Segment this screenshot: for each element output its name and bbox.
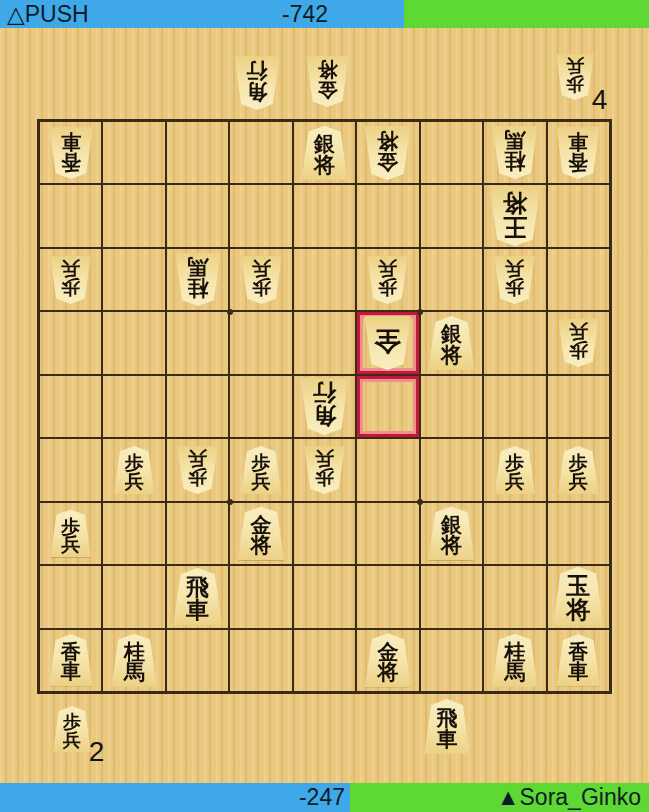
gote-piece-桂馬[interactable]: 桂馬 (491, 126, 539, 179)
gote-piece-歩兵[interactable]: 歩兵 (366, 256, 409, 304)
piece-kanji: 銀将 (441, 511, 462, 556)
square-4g[interactable] (356, 502, 419, 565)
sente-piece-歩兵[interactable]: 歩兵 (113, 446, 156, 494)
square-8d[interactable] (102, 311, 165, 374)
square-4h[interactable] (356, 565, 419, 628)
square-6h[interactable] (229, 565, 292, 628)
sente-score-bar-blue: -247 (0, 783, 350, 812)
square-4c[interactable]: 歩兵 (356, 248, 419, 311)
gote-piece-桂馬[interactable]: 桂馬 (174, 253, 222, 306)
square-6b[interactable] (229, 184, 292, 247)
square-3f[interactable] (420, 438, 483, 501)
square-8i[interactable]: 桂馬 (102, 629, 165, 692)
gote-piece-角行[interactable]: 角行 (299, 378, 350, 435)
piece-kanji: 歩兵 (505, 449, 524, 490)
gote-piece-全[interactable]: 全 (363, 316, 412, 370)
square-1b[interactable] (547, 184, 610, 247)
square-1d[interactable]: 歩兵 (547, 311, 610, 374)
square-8e[interactable] (102, 375, 165, 438)
square-3b[interactable] (420, 184, 483, 247)
hand-piece-count: 2 (89, 736, 105, 768)
piece-kanji: 桂馬 (124, 638, 145, 683)
square-4d[interactable]: 全 (356, 311, 419, 374)
square-7d[interactable] (166, 311, 229, 374)
gote-eval-score: -742 (282, 0, 328, 28)
piece-kanji: 角行 (313, 382, 336, 431)
sente-piece-歩兵[interactable]: 歩兵 (49, 509, 92, 557)
square-7e[interactable] (166, 375, 229, 438)
hoshi-dot (227, 309, 233, 315)
square-2f[interactable]: 歩兵 (483, 438, 546, 501)
piece-kanji: 銀将 (441, 320, 462, 365)
gote-player-name: △PUSH (7, 0, 89, 28)
square-5g[interactable] (293, 502, 356, 565)
hoshi-dot (417, 499, 423, 505)
square-9e[interactable] (39, 375, 102, 438)
square-1f[interactable]: 歩兵 (547, 438, 610, 501)
square-5a[interactable]: 銀将 (293, 121, 356, 184)
piece-kanji: 歩兵 (63, 709, 81, 748)
square-2b[interactable]: 王将 (483, 184, 546, 247)
gote-piece-角行[interactable]: 角行 (233, 56, 281, 110)
piece-kanji: 飛車 (437, 704, 458, 749)
square-3e[interactable] (420, 375, 483, 438)
square-1c[interactable] (547, 248, 610, 311)
piece-kanji: 歩兵 (252, 259, 271, 300)
square-6e[interactable] (229, 375, 292, 438)
piece-kanji: 金将 (318, 60, 338, 103)
gote-hand-角行[interactable]: 角行 (233, 56, 281, 110)
square-8c[interactable] (102, 248, 165, 311)
sente-piece-金将[interactable]: 金将 (237, 506, 286, 560)
piece-kanji: 金将 (377, 638, 398, 683)
square-4a[interactable]: 金将 (356, 121, 419, 184)
sente-player-name: ▲Sora_Ginko (497, 783, 641, 812)
square-5h[interactable] (293, 565, 356, 628)
piece-kanji: 歩兵 (569, 449, 588, 490)
square-8f[interactable]: 歩兵 (102, 438, 165, 501)
sente-piece-銀将[interactable]: 銀将 (427, 506, 476, 560)
square-5d[interactable] (293, 311, 356, 374)
piece-kanji: 王将 (503, 191, 527, 242)
square-2c[interactable]: 歩兵 (483, 248, 546, 311)
gote-hand-歩兵[interactable]: 歩兵4 (555, 54, 595, 100)
sente-hand-歩兵[interactable]: 歩兵2 (52, 706, 92, 752)
hoshi-dot (227, 499, 233, 505)
sente-piece-歩兵[interactable]: 歩兵 (557, 446, 600, 494)
piece-kanji: 桂馬 (504, 130, 525, 175)
square-3d[interactable]: 銀将 (420, 311, 483, 374)
piece-kanji: 歩兵 (315, 449, 334, 490)
piece-kanji: 桂馬 (187, 257, 208, 302)
sente-piece-歩兵[interactable]: 歩兵 (493, 446, 536, 494)
square-7g[interactable] (166, 502, 229, 565)
square-9f[interactable] (39, 438, 102, 501)
square-1i[interactable]: 香車 (547, 629, 610, 692)
square-6i[interactable] (229, 629, 292, 692)
square-8b[interactable] (102, 184, 165, 247)
square-2i[interactable]: 桂馬 (483, 629, 546, 692)
square-5f[interactable]: 歩兵 (293, 438, 356, 501)
square-3i[interactable] (420, 629, 483, 692)
square-8g[interactable] (102, 502, 165, 565)
hand-piece-count: 4 (592, 84, 608, 116)
sente-piece-歩兵[interactable]: 歩兵 (52, 706, 92, 752)
square-9c[interactable]: 歩兵 (39, 248, 102, 311)
square-1e[interactable] (547, 375, 610, 438)
gote-piece-金将[interactable]: 金将 (305, 56, 350, 107)
sente-piece-桂馬[interactable]: 桂馬 (110, 634, 158, 687)
square-3h[interactable] (420, 565, 483, 628)
square-8a[interactable] (102, 121, 165, 184)
gote-piece-金将[interactable]: 金将 (363, 126, 412, 180)
gote-piece-香車[interactable]: 香車 (48, 127, 94, 179)
piece-kanji: 歩兵 (61, 513, 80, 554)
piece-kanji: 銀将 (314, 130, 335, 175)
square-1g[interactable] (547, 502, 610, 565)
square-9a[interactable]: 香車 (39, 121, 102, 184)
square-6f[interactable]: 歩兵 (229, 438, 292, 501)
square-6d[interactable] (229, 311, 292, 374)
shogi-app-screen: △PUSH -742 角行金将歩兵4 香車銀将金将桂馬香車王将歩兵桂馬歩兵歩兵歩… (0, 0, 649, 812)
square-8h[interactable] (102, 565, 165, 628)
piece-kanji: 歩兵 (505, 259, 524, 300)
square-2a[interactable]: 桂馬 (483, 121, 546, 184)
piece-kanji: 飛車 (186, 572, 209, 621)
sente-piece-歩兵[interactable]: 歩兵 (240, 446, 283, 494)
piece-kanji: 香車 (568, 639, 588, 682)
gote-piece-歩兵[interactable]: 歩兵 (240, 256, 283, 304)
sente-eval-score: -247 (299, 784, 345, 810)
square-1h[interactable]: 玉将 (547, 565, 610, 628)
gote-time-gauge (404, 0, 649, 28)
square-3g[interactable]: 銀将 (420, 502, 483, 565)
square-4e[interactable] (356, 375, 419, 438)
sente-piece-桂馬[interactable]: 桂馬 (491, 634, 539, 687)
sente-piece-飛車[interactable]: 飛車 (172, 568, 224, 626)
square-2h[interactable] (483, 565, 546, 628)
gote-score-bar: △PUSH -742 (0, 0, 649, 28)
square-1a[interactable]: 香車 (547, 121, 610, 184)
gote-score-bar-blue: △PUSH -742 (0, 0, 404, 28)
gote-piece-王将[interactable]: 王将 (488, 186, 542, 246)
piece-kanji: 歩兵 (125, 449, 144, 490)
square-7c[interactable]: 桂馬 (166, 248, 229, 311)
piece-kanji: 桂馬 (504, 638, 525, 683)
gote-hand-金将[interactable]: 金将 (305, 56, 350, 107)
sente-time-gauge: ▲Sora_Ginko (350, 783, 649, 812)
piece-kanji: 金将 (377, 130, 398, 175)
gote-piece-歩兵[interactable]: 歩兵 (49, 256, 92, 304)
sente-hand-飛車[interactable]: 飛車 (423, 699, 471, 754)
gote-piece-歩兵[interactable]: 歩兵 (555, 54, 595, 100)
square-9h[interactable] (39, 565, 102, 628)
gote-piece-歩兵[interactable]: 歩兵 (493, 256, 536, 304)
square-3c[interactable] (420, 248, 483, 311)
square-7f[interactable]: 歩兵 (166, 438, 229, 501)
square-2e[interactable] (483, 375, 546, 438)
square-4f[interactable] (356, 438, 419, 501)
square-4b[interactable] (356, 184, 419, 247)
sente-piece-金将[interactable]: 金将 (363, 633, 412, 687)
square-9d[interactable] (39, 311, 102, 374)
square-7h[interactable]: 飛車 (166, 565, 229, 628)
gote-piece-歩兵[interactable]: 歩兵 (557, 319, 600, 367)
piece-kanji: 玉将 (566, 571, 590, 622)
sente-piece-香車[interactable]: 香車 (48, 634, 94, 686)
piece-kanji: 歩兵 (566, 57, 584, 96)
gote-piece-香車[interactable]: 香車 (555, 127, 601, 179)
piece-kanji: 歩兵 (569, 322, 588, 363)
square-5i[interactable] (293, 629, 356, 692)
square-7a[interactable] (166, 121, 229, 184)
piece-kanji: 角行 (247, 60, 268, 105)
square-6g[interactable]: 金将 (229, 502, 292, 565)
square-6a[interactable] (229, 121, 292, 184)
sente-piece-銀将[interactable]: 銀将 (300, 126, 349, 180)
piece-kanji: 歩兵 (188, 449, 207, 490)
square-5b[interactable] (293, 184, 356, 247)
gote-piece-歩兵[interactable]: 歩兵 (303, 446, 346, 494)
square-7i[interactable] (166, 629, 229, 692)
square-5c[interactable] (293, 248, 356, 311)
piece-kanji: 金将 (251, 511, 272, 556)
shogi-board[interactable]: 香車銀将金将桂馬香車王将歩兵桂馬歩兵歩兵歩兵全銀将歩兵角行歩兵歩兵歩兵歩兵歩兵歩… (37, 119, 612, 694)
piece-kanji: 全 (374, 328, 401, 358)
square-3a[interactable] (420, 121, 483, 184)
sente-piece-銀将[interactable]: 銀将 (427, 316, 476, 370)
square-9g[interactable]: 歩兵 (39, 502, 102, 565)
square-9b[interactable] (39, 184, 102, 247)
sente-score-bar: -247 ▲Sora_Ginko (0, 783, 649, 812)
square-6c[interactable]: 歩兵 (229, 248, 292, 311)
piece-kanji: 歩兵 (61, 259, 80, 300)
piece-kanji: 香車 (61, 131, 81, 174)
piece-kanji: 香車 (61, 639, 81, 682)
hoshi-dot (417, 309, 423, 315)
square-2d[interactable] (483, 311, 546, 374)
square-2g[interactable] (483, 502, 546, 565)
piece-kanji: 歩兵 (378, 259, 397, 300)
square-9i[interactable]: 香車 (39, 629, 102, 692)
sente-piece-飛車[interactable]: 飛車 (423, 699, 471, 754)
sente-piece-玉将[interactable]: 玉将 (551, 567, 605, 627)
piece-kanji: 香車 (568, 131, 588, 174)
sente-piece-香車[interactable]: 香車 (555, 634, 601, 686)
square-5e[interactable]: 角行 (293, 375, 356, 438)
gote-piece-歩兵[interactable]: 歩兵 (176, 446, 219, 494)
square-7b[interactable] (166, 184, 229, 247)
square-4i[interactable]: 金将 (356, 629, 419, 692)
piece-kanji: 歩兵 (252, 449, 271, 490)
